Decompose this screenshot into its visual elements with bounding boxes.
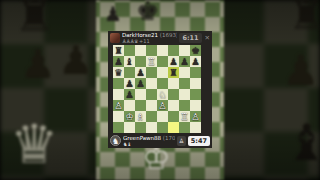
square-f6[interactable]: ♜: [168, 67, 179, 78]
square-a1[interactable]: [113, 122, 124, 133]
piece-wp-a3[interactable]: ♙: [114, 100, 123, 111]
square-g8[interactable]: [179, 45, 190, 56]
square-a6[interactable]: ♛: [113, 67, 124, 78]
square-a5[interactable]: [113, 78, 124, 89]
square-h8[interactable]: ♚: [190, 45, 201, 56]
top-player-avatar[interactable]: [110, 33, 120, 43]
square-c1[interactable]: [135, 122, 146, 133]
piece-wr-d7[interactable]: ♖: [147, 56, 156, 67]
square-b4[interactable]: ♟: [124, 89, 135, 100]
square-f1[interactable]: [168, 122, 179, 133]
square-d2[interactable]: [146, 111, 157, 122]
square-a7[interactable]: ♟: [113, 56, 124, 67]
piece-wk-b2[interactable]: ♔: [125, 111, 134, 122]
square-c8[interactable]: [135, 45, 146, 56]
piece-wr-g2[interactable]: ♖: [180, 111, 189, 122]
square-g7[interactable]: ♟: [179, 56, 190, 67]
square-b7[interactable]: ♝: [124, 56, 135, 67]
bottom-player-clock: 5:47: [188, 136, 210, 146]
square-d6[interactable]: [146, 67, 157, 78]
bottom-player-rating: (1702): [163, 135, 175, 141]
piece-br-a8[interactable]: ♜: [114, 45, 123, 56]
square-h1[interactable]: [190, 122, 201, 133]
square-e8[interactable]: [157, 45, 168, 56]
square-d4[interactable]: [146, 89, 157, 100]
top-player-bar: DarkHorse21 (1693) ♙♙♙♕ +11 6:11 ✕: [108, 31, 212, 45]
piece-bk-h8[interactable]: ♚: [191, 45, 200, 56]
square-d5[interactable]: [146, 78, 157, 89]
piece-wb-c2[interactable]: ♗: [136, 111, 145, 122]
square-f3[interactable]: [168, 100, 179, 111]
video-frame: ♜ ♟ ♟ ♛ ♜ ♟ ♝ ♚ ♟ ♔ DarkHorse21 (1693) ♙…: [0, 0, 320, 180]
square-h2[interactable]: ♙: [190, 111, 201, 122]
piece-bp-c5[interactable]: ♟: [136, 78, 145, 89]
piece-bp-b4[interactable]: ♟: [125, 89, 134, 100]
square-e7[interactable]: [157, 56, 168, 67]
square-h7[interactable]: ♟: [190, 56, 201, 67]
piece-br-f6[interactable]: ♜: [169, 67, 178, 78]
square-c7[interactable]: [135, 56, 146, 67]
square-c3[interactable]: [135, 100, 146, 111]
square-h6[interactable]: [190, 67, 201, 78]
piece-bb-b7[interactable]: ♝: [125, 56, 134, 67]
chess-app-window: DarkHorse21 (1693) ♙♙♙♕ +11 6:11 ✕ ♜♚♟♝♖…: [108, 31, 212, 148]
square-a4[interactable]: [113, 89, 124, 100]
square-c5[interactable]: ♟: [135, 78, 146, 89]
piece-bp-f7[interactable]: ♟: [169, 56, 178, 67]
square-e5[interactable]: [157, 78, 168, 89]
top-player-rating: (1693): [160, 32, 178, 38]
material-score: +11: [139, 38, 150, 44]
bottom-player-avatar[interactable]: ♞: [110, 135, 121, 146]
square-c6[interactable]: ♟: [135, 67, 146, 78]
square-a3[interactable]: ♙: [113, 100, 124, 111]
square-b3[interactable]: [124, 100, 135, 111]
bottom-player-info: GreenPawn88 (1702) ♞♝: [123, 135, 175, 147]
piece-bp-c6[interactable]: ♟: [136, 67, 145, 78]
square-b5[interactable]: ♟: [124, 78, 135, 89]
square-e4[interactable]: ♘: [157, 89, 168, 100]
captured-pieces-icons: ♙♙♙♕: [122, 38, 138, 44]
square-g2[interactable]: ♖: [179, 111, 190, 122]
square-h4[interactable]: [190, 89, 201, 100]
square-h5[interactable]: [190, 78, 201, 89]
piece-wn-e4[interactable]: ♘: [158, 89, 167, 100]
square-e3[interactable]: ♙: [157, 100, 168, 111]
square-f7[interactable]: ♟: [168, 56, 179, 67]
square-g3[interactable]: [179, 100, 190, 111]
square-c4[interactable]: [135, 89, 146, 100]
square-b8[interactable]: [124, 45, 135, 56]
piece-bp-a7[interactable]: ♟: [114, 56, 123, 67]
square-g4[interactable]: [179, 89, 190, 100]
square-d3[interactable]: [146, 100, 157, 111]
square-e2[interactable]: [157, 111, 168, 122]
chess-board[interactable]: ♜♚♟♝♖♟♟♟♛♟♜♟♟♟♘♙♙♔♗♖♙: [113, 45, 201, 133]
bottom-player-bar: ♞ GreenPawn88 (1702) ♞♝ ♙ 5:47: [108, 133, 212, 148]
square-b6[interactable]: [124, 67, 135, 78]
square-b1[interactable]: [124, 122, 135, 133]
bottom-player-captured: ♞♝: [123, 141, 175, 147]
top-player-clock: 6:11: [179, 33, 201, 43]
close-icon[interactable]: ✕: [204, 31, 210, 45]
square-f4[interactable]: [168, 89, 179, 100]
square-e6[interactable]: [157, 67, 168, 78]
square-b2[interactable]: ♔: [124, 111, 135, 122]
white-to-move-indicator-icon: ♙: [177, 136, 186, 146]
top-player-info: DarkHorse21 (1693) ♙♙♙♕ +11: [122, 32, 177, 44]
piece-bp-g7[interactable]: ♟: [180, 56, 189, 67]
square-d7[interactable]: ♖: [146, 56, 157, 67]
square-a2[interactable]: [113, 111, 124, 122]
piece-wp-e3[interactable]: ♙: [158, 100, 167, 111]
square-a8[interactable]: ♜: [113, 45, 124, 56]
square-f8[interactable]: [168, 45, 179, 56]
square-g1[interactable]: [179, 122, 190, 133]
square-d1[interactable]: [146, 122, 157, 133]
piece-bp-b5[interactable]: ♟: [125, 78, 134, 89]
piece-wp-h2[interactable]: ♙: [191, 111, 200, 122]
square-c2[interactable]: ♗: [135, 111, 146, 122]
square-g6[interactable]: [179, 67, 190, 78]
captured-pieces-icons: ♞♝: [123, 141, 131, 147]
square-d8[interactable]: [146, 45, 157, 56]
square-e1[interactable]: [157, 122, 168, 133]
square-h3[interactable]: [190, 100, 201, 111]
square-f5[interactable]: [168, 78, 179, 89]
top-player-captured: ♙♙♙♕ +11: [122, 38, 177, 44]
square-f2[interactable]: [168, 111, 179, 122]
piece-bp-h7[interactable]: ♟: [191, 56, 200, 67]
square-g5[interactable]: [179, 78, 190, 89]
piece-bq-a6[interactable]: ♛: [114, 67, 123, 78]
